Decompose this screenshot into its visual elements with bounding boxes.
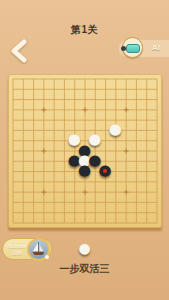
- objective-text: 一步双活三: [0, 262, 169, 276]
- page-title: 第1关: [0, 23, 169, 37]
- turn-indicator-white-stone: ●: [77, 241, 92, 256]
- battery-icon: [126, 44, 140, 53]
- ai-toggle-knob[interactable]: [122, 37, 143, 58]
- toggle-dot-icon: [121, 46, 126, 51]
- chevron-left-icon: [8, 38, 30, 64]
- ai-toggle-label: AI: [147, 43, 165, 52]
- back-button[interactable]: [8, 38, 30, 64]
- avatar-status-dot: [45, 255, 49, 259]
- gomoku-level-screen: 第1关 AI ●●●●●●●●● Nickitovi 0/8 ● 一步双活三: [0, 0, 169, 300]
- board-grid: [8, 74, 162, 228]
- board[interactable]: ●●●●●●●●●: [8, 74, 162, 228]
